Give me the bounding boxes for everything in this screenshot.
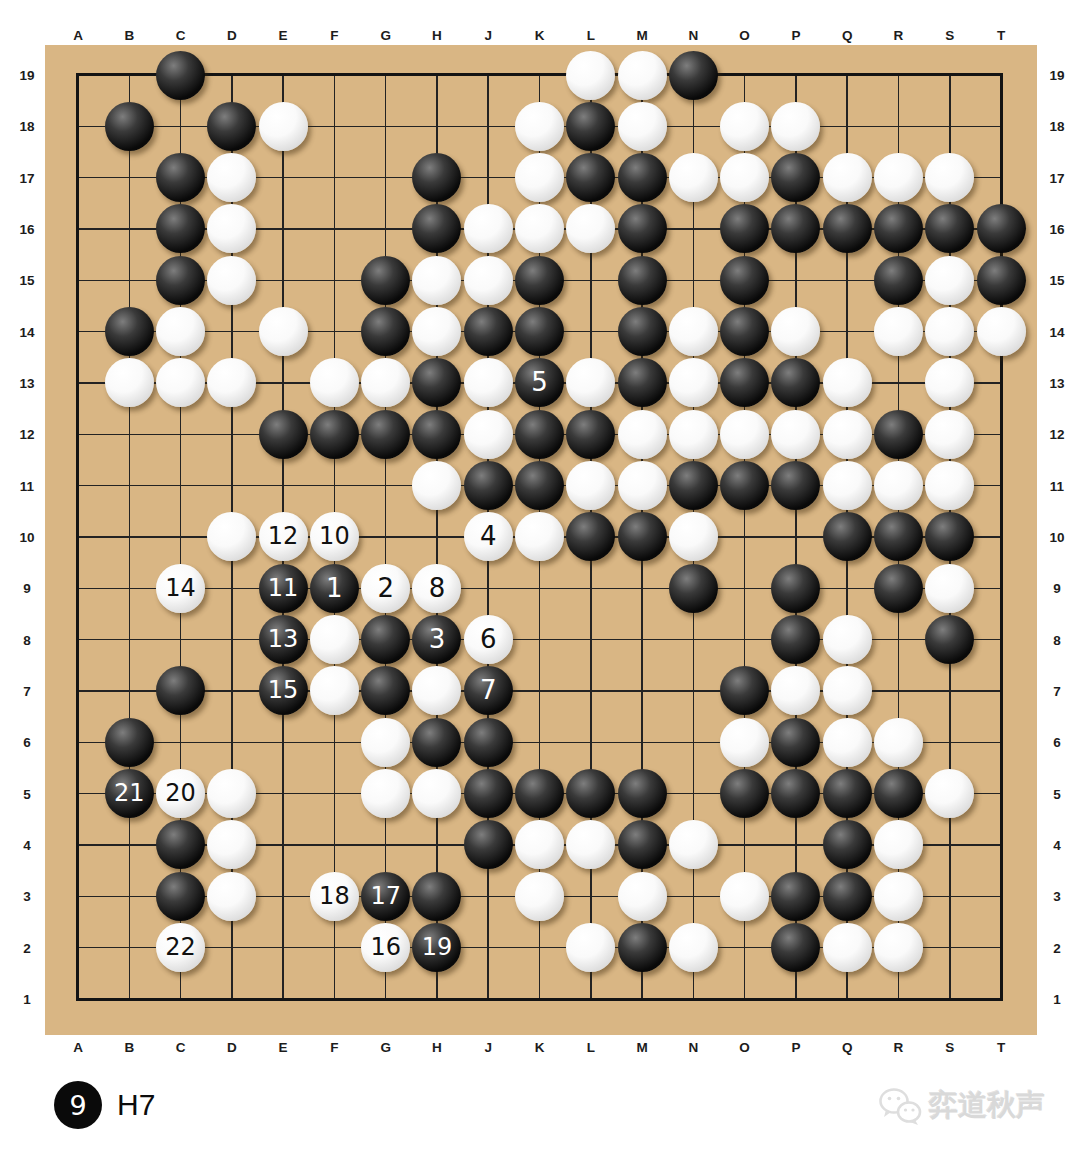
coord-label-left: 17 [19, 170, 34, 185]
coord-label-bottom: C [176, 1040, 186, 1055]
coord-label-right: 4 [1053, 837, 1061, 852]
coord-label-bottom: T [997, 1040, 1005, 1055]
coord-label-right: 6 [1053, 735, 1061, 750]
coord-label-top: A [73, 28, 83, 43]
coord-label-right: 13 [1049, 375, 1064, 390]
coord-label-bottom: E [279, 1040, 288, 1055]
coord-label-left: 3 [23, 889, 31, 904]
coord-label-right: 12 [1049, 427, 1064, 442]
coord-label-left: 2 [23, 940, 31, 955]
wechat-icon [877, 1086, 923, 1126]
coord-label-top: S [945, 28, 954, 43]
coord-label-top: J [484, 28, 492, 43]
coord-label-top: T [997, 28, 1005, 43]
coord-label-top: C [176, 28, 186, 43]
go-board-background [45, 45, 1037, 1035]
coord-label-left: 19 [19, 68, 34, 83]
coord-label-bottom: Q [842, 1040, 853, 1055]
coord-label-top: M [636, 28, 647, 43]
coord-label-left: 4 [23, 837, 31, 852]
coord-label-left: 16 [19, 221, 34, 236]
watermark-text: 弈道秋声 [929, 1086, 1045, 1126]
coord-label-top: B [124, 28, 134, 43]
coord-label-bottom: L [587, 1040, 595, 1055]
coord-label-top: D [227, 28, 237, 43]
coord-label-bottom: A [73, 1040, 83, 1055]
coord-label-right: 19 [1049, 68, 1064, 83]
coord-label-top: E [279, 28, 288, 43]
coord-label-top: G [380, 28, 391, 43]
coord-label-right: 2 [1053, 940, 1061, 955]
coord-label-left: 10 [19, 529, 34, 544]
coord-label-left: 5 [23, 786, 31, 801]
coord-label-top: L [587, 28, 595, 43]
coord-label-bottom: B [124, 1040, 134, 1055]
coord-label-bottom: N [688, 1040, 698, 1055]
coord-label-right: 1 [1053, 991, 1061, 1006]
coord-label-top: K [535, 28, 545, 43]
coord-label-top: F [330, 28, 338, 43]
coord-label-bottom: S [945, 1040, 954, 1055]
coord-label-left: 6 [23, 735, 31, 750]
caption-move-number: 9 [69, 1090, 86, 1121]
coord-label-right: 7 [1053, 683, 1061, 698]
coord-label-right: 10 [1049, 529, 1064, 544]
coord-label-right: 17 [1049, 170, 1064, 185]
coord-label-right: 18 [1049, 119, 1064, 134]
coord-label-right: 5 [1053, 786, 1061, 801]
coord-label-bottom: J [484, 1040, 492, 1055]
coord-label-right: 15 [1049, 273, 1064, 288]
coord-label-left: 7 [23, 683, 31, 698]
coord-label-left: 1 [23, 991, 31, 1006]
coord-label-bottom: M [636, 1040, 647, 1055]
go-diagram-page: AABBCCDDEEFFGGHHJJKKLLMMNNOOPPQQRRSSTT19… [0, 0, 1080, 1156]
coord-label-bottom: D [227, 1040, 237, 1055]
coord-label-top: Q [842, 28, 853, 43]
coord-label-top: H [432, 28, 442, 43]
watermark: 弈道秋声 [877, 1086, 1045, 1126]
coord-label-top: N [688, 28, 698, 43]
coord-label-bottom: H [432, 1040, 442, 1055]
caption-coord: H7 [117, 1088, 155, 1122]
caption-black-stone: 9 [54, 1081, 102, 1129]
coord-label-right: 8 [1053, 632, 1061, 647]
coord-label-left: 8 [23, 632, 31, 647]
coord-label-left: 15 [19, 273, 34, 288]
coord-label-right: 11 [1050, 478, 1064, 493]
coord-label-top: P [791, 28, 800, 43]
coord-label-left: 12 [19, 427, 34, 442]
coord-label-right: 3 [1053, 889, 1061, 904]
coord-label-left: 13 [19, 375, 34, 390]
coord-label-right: 14 [1049, 324, 1064, 339]
coord-label-bottom: K [535, 1040, 545, 1055]
coord-label-left: 9 [23, 581, 31, 596]
coord-label-bottom: G [380, 1040, 391, 1055]
coord-label-left: 11 [20, 478, 34, 493]
coord-label-right: 9 [1053, 581, 1061, 596]
coord-label-bottom: P [791, 1040, 800, 1055]
coord-label-bottom: O [739, 1040, 750, 1055]
coord-label-bottom: F [330, 1040, 338, 1055]
coord-label-left: 14 [19, 324, 34, 339]
coord-label-left: 18 [19, 119, 34, 134]
move-caption: 9 H7 [54, 1081, 155, 1129]
coord-label-bottom: R [894, 1040, 904, 1055]
coord-label-right: 16 [1049, 221, 1064, 236]
coord-label-top: O [739, 28, 750, 43]
coord-label-top: R [894, 28, 904, 43]
